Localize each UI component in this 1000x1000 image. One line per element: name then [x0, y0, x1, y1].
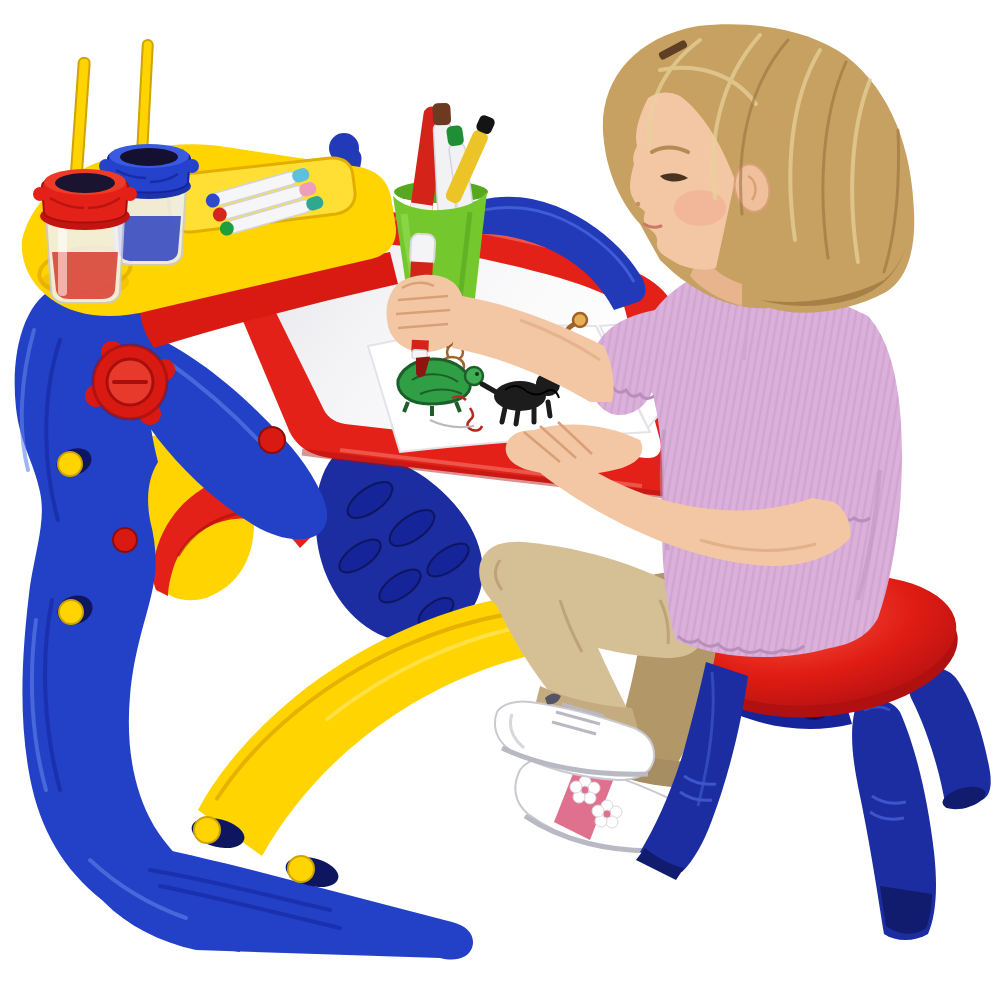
scene-illustration	[0, 0, 1000, 1000]
girl-head	[603, 24, 914, 312]
nostril	[636, 202, 641, 207]
cheek-blush	[674, 190, 726, 226]
paint-cup-red	[33, 58, 137, 303]
red-button-arm	[259, 427, 285, 453]
photo-stage	[0, 0, 1000, 1000]
red-button-lower	[113, 528, 137, 552]
paintbrush-blue-cup	[137, 40, 153, 160]
stool-foot-front-right	[880, 886, 932, 934]
